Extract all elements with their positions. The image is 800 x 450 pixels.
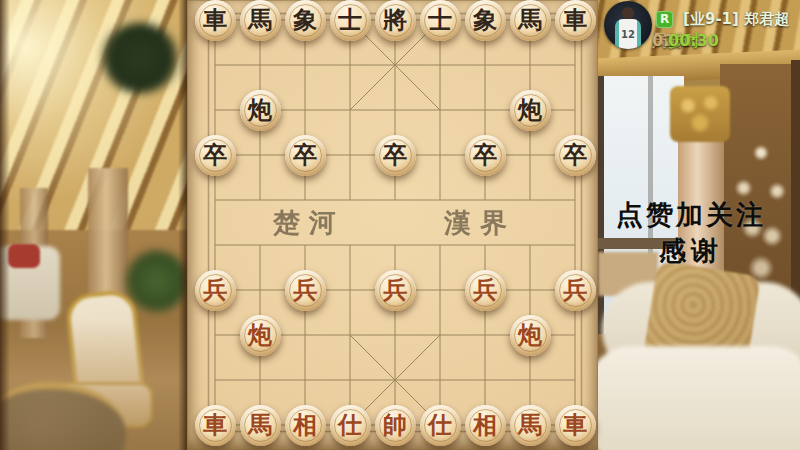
avatar-jersey-number: 12 (621, 29, 635, 40)
gilded-frame-edge (791, 60, 800, 330)
piece-red-horse[interactable]: 馬 (240, 405, 281, 446)
piece-black-soldier[interactable]: 卒 (465, 135, 506, 176)
piece-red-soldier[interactable]: 兵 (465, 270, 506, 311)
avatar-jersey: 12 (615, 19, 641, 49)
cream-sofa-seat (598, 346, 800, 450)
piece-black-horse[interactable]: 馬 (510, 0, 551, 41)
piece-black-soldier[interactable]: 卒 (375, 135, 416, 176)
piece-red-advisor[interactable]: 仕 (330, 405, 371, 446)
piece-black-cannon[interactable]: 炮 (510, 90, 551, 131)
player-name-row: R [业9-1] 郑君超 (656, 9, 789, 27)
background-left-room (0, 0, 187, 450)
piece-red-cannon[interactable]: 炮 (240, 315, 281, 356)
piece-black-elephant[interactable]: 象 (465, 0, 506, 41)
piece-red-cannon[interactable]: 炮 (510, 315, 551, 356)
board-left-shadow (178, 0, 187, 450)
board-pieces: 車馬象士將士象馬車炮炮卒卒卒卒卒兵兵兵兵兵炮炮車馬相仕帥仕相馬車 (187, 0, 598, 450)
player-panel: 12 R [业9-1] 郑君超 局时 02:43 步时 00:30 (600, 0, 800, 56)
gold-corinthian-capital (670, 86, 730, 142)
player-avatar[interactable]: 12 (604, 1, 652, 49)
piece-red-advisor[interactable]: 仕 (420, 405, 461, 446)
piece-black-soldier[interactable]: 卒 (555, 135, 596, 176)
caption-line2: 感谢 (598, 236, 784, 266)
piece-black-horse[interactable]: 馬 (240, 0, 281, 41)
piece-red-soldier[interactable]: 兵 (195, 270, 236, 311)
piece-black-general[interactable]: 將 (375, 0, 416, 41)
avatar-head (622, 7, 634, 19)
piece-black-cannon[interactable]: 炮 (240, 90, 281, 131)
caption-line1: 点赞加关注 (598, 200, 784, 230)
piece-red-rook[interactable]: 車 (195, 405, 236, 446)
piece-black-soldier[interactable]: 卒 (285, 135, 326, 176)
piece-red-soldier[interactable]: 兵 (375, 270, 416, 311)
piece-black-elephant[interactable]: 象 (285, 0, 326, 41)
piece-red-elephant[interactable]: 相 (465, 405, 506, 446)
stream-caption: 点赞加关注 感谢 (598, 200, 784, 265)
piece-red-elephant[interactable]: 相 (285, 405, 326, 446)
piece-red-horse[interactable]: 馬 (510, 405, 551, 446)
timers-row: 局时 02:43 步时 00:30 (652, 31, 668, 50)
carpet-floor (0, 320, 187, 450)
piece-black-soldier[interactable]: 卒 (195, 135, 236, 176)
screen: 点赞加关注 感谢 (0, 0, 800, 450)
piece-red-soldier[interactable]: 兵 (285, 270, 326, 311)
left-edge-shadow (0, 0, 10, 450)
piece-black-advisor[interactable]: 士 (420, 0, 461, 41)
dark-plant-decor (100, 22, 180, 94)
piece-black-rook[interactable]: 車 (555, 0, 596, 41)
piece-black-advisor[interactable]: 士 (330, 0, 371, 41)
red-pillow (8, 244, 40, 268)
piece-red-general[interactable]: 帥 (375, 405, 416, 446)
player-name: [业9-1] 郑君超 (683, 10, 789, 28)
rank-badge: R (656, 11, 673, 28)
piece-red-rook[interactable]: 車 (555, 405, 596, 446)
move-time-value: 00:30 (668, 31, 719, 50)
xiangqi-board[interactable]: 楚河 漢界 車馬象士將士象馬車炮炮卒卒卒卒卒兵兵兵兵兵炮炮車馬相仕帥仕相馬車 (187, 0, 598, 450)
piece-red-soldier[interactable]: 兵 (555, 270, 596, 311)
piece-black-rook[interactable]: 車 (195, 0, 236, 41)
